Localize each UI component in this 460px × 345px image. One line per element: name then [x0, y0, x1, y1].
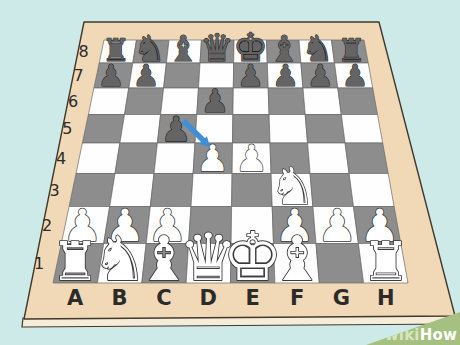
- piece-black-pawn-d6: ♟: [201, 82, 230, 119]
- piece-white-rook-h1: ♜: [362, 231, 410, 293]
- rank-label-5: 5: [62, 119, 72, 138]
- file-label-g: G: [333, 286, 350, 310]
- rank-label-6: 6: [68, 92, 78, 111]
- piece-black-bishop-c8: ♝: [167, 28, 199, 69]
- piece-white-pawn-e4: ♟: [235, 137, 268, 180]
- chess-board-svg: 87654321ABCDEFGH♜♞♝♛♚♝♞♜♟♟♟♟♟♟♟♟♟♟♞♟♟♟♟♟…: [0, 0, 460, 345]
- piece-white-bishop-f1: ♝: [270, 223, 325, 294]
- piece-black-queen-d8: ♛: [200, 26, 234, 70]
- rank-label-1: 1: [34, 254, 44, 273]
- chess-illustration: 87654321ABCDEFGH♜♞♝♛♚♝♞♜♟♟♟♟♟♟♟♟♟♟♞♟♟♟♟♟…: [0, 0, 460, 345]
- square-h4: [345, 143, 388, 174]
- piece-black-pawn-b7: ♟: [133, 58, 160, 93]
- rank-label-4: 4: [56, 149, 66, 168]
- piece-black-pawn-f7: ♟: [272, 58, 299, 93]
- piece-black-pawn-g7: ♟: [307, 58, 334, 93]
- piece-black-pawn-e7: ♟: [237, 58, 264, 93]
- piece-black-pawn-a7: ♟: [98, 58, 125, 93]
- square-f5: [269, 115, 308, 144]
- square-g5: [305, 115, 345, 144]
- piece-black-pawn-h7: ♟: [342, 58, 369, 93]
- watermark-how: How: [420, 326, 457, 344]
- piece-black-pawn-c5: ♟: [161, 109, 192, 149]
- rank-label-7: 7: [73, 66, 83, 85]
- square-b4: [115, 143, 157, 174]
- square-h5: [341, 115, 382, 144]
- square-a5: [82, 115, 124, 144]
- rank-label-8: 8: [79, 42, 89, 61]
- square-a4: [76, 143, 120, 174]
- square-b5: [120, 115, 161, 144]
- rank-label-3: 3: [49, 181, 59, 200]
